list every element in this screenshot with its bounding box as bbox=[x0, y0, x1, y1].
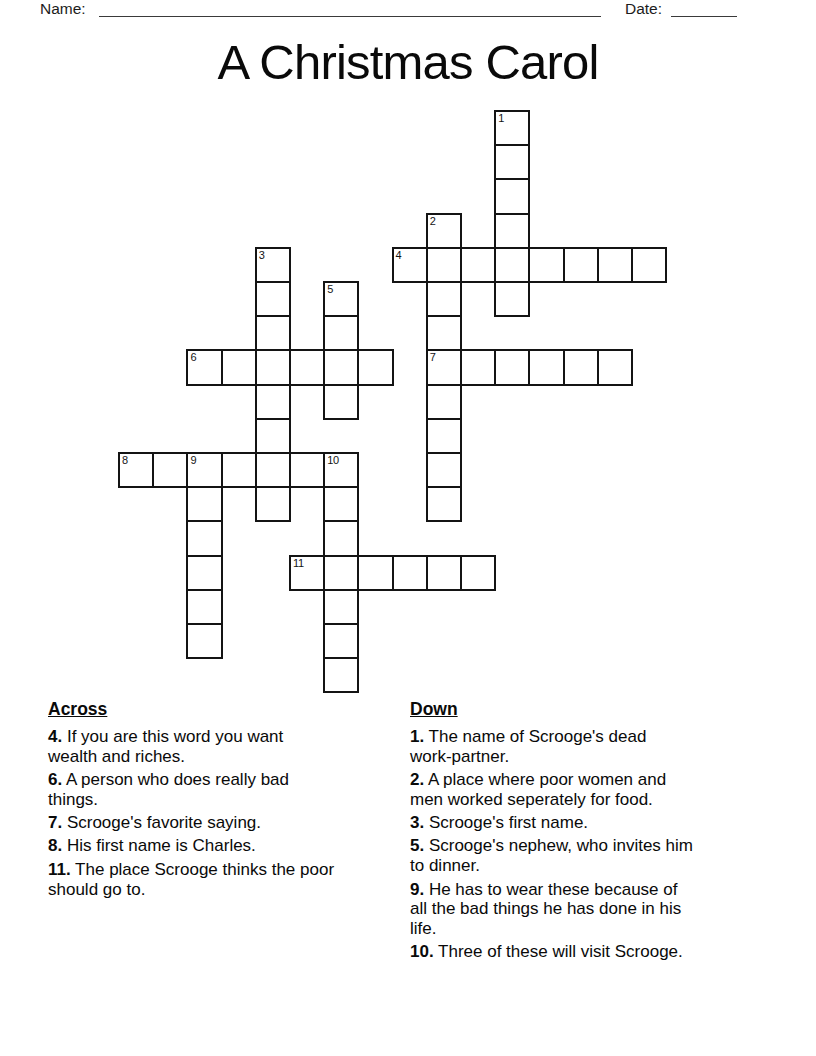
grid-cell-r2c11[interactable] bbox=[494, 178, 530, 214]
grid-cell-r10c6[interactable]: 10 bbox=[323, 452, 359, 488]
grid-cell-r1c11[interactable] bbox=[494, 144, 530, 180]
clue-across-11-number: 11. bbox=[48, 860, 71, 879]
grid-cell-r3c11[interactable] bbox=[494, 213, 530, 249]
grid-cell-r5c4[interactable] bbox=[255, 281, 291, 317]
date-input-line[interactable] bbox=[671, 1, 737, 17]
grid-cell-r15c6[interactable] bbox=[323, 623, 359, 659]
grid-cell-r14c2[interactable] bbox=[186, 589, 222, 625]
clue-across-8: 8. His first name is Charles. bbox=[48, 836, 398, 856]
name-label: Name: bbox=[40, 0, 86, 18]
grid-clue-number-10: 10 bbox=[327, 454, 339, 466]
grid-clue-number-8: 8 bbox=[122, 454, 128, 466]
grid-cell-r10c3[interactable] bbox=[221, 452, 257, 488]
grid-cell-r7c14[interactable] bbox=[597, 349, 633, 385]
grid-cell-r10c4[interactable] bbox=[255, 452, 291, 488]
clue-down-9: 9. He has to wear these because ofall th… bbox=[410, 880, 770, 939]
clue-across-6-number: 6. bbox=[48, 770, 62, 789]
grid-cell-r10c0[interactable]: 8 bbox=[118, 452, 154, 488]
clue-down-10: 10. Three of these will visit Scrooge. bbox=[410, 942, 770, 962]
grid-clue-number-5: 5 bbox=[327, 283, 333, 295]
across-clues-section: Across 4. If you are this word you wantw… bbox=[48, 699, 398, 903]
grid-cell-r8c6[interactable] bbox=[323, 384, 359, 420]
grid-cell-r7c9[interactable]: 7 bbox=[426, 349, 462, 385]
grid-cell-r16c6[interactable] bbox=[323, 657, 359, 693]
clue-across-4-number: 4. bbox=[48, 727, 62, 746]
down-clues-section: Down 1. The name of Scrooge's deadwork-p… bbox=[410, 699, 770, 966]
grid-clue-number-6: 6 bbox=[190, 351, 196, 363]
grid-cell-r7c6[interactable] bbox=[323, 349, 359, 385]
grid-cell-r13c8[interactable] bbox=[392, 555, 428, 591]
grid-cell-r12c6[interactable] bbox=[323, 520, 359, 556]
clue-across-4: 4. If you are this word you wantwealth a… bbox=[48, 727, 398, 767]
grid-cell-r4c10[interactable] bbox=[460, 247, 496, 283]
clue-down-2: 2. A place where poor women andmen worke… bbox=[410, 770, 770, 810]
clue-across-8-number: 8. bbox=[48, 836, 62, 855]
grid-cell-r4c4[interactable]: 3 bbox=[255, 247, 291, 283]
grid-cell-r13c2[interactable] bbox=[186, 555, 222, 591]
worksheet-page: Name: Date: A Christmas Carol 1234567891… bbox=[0, 0, 816, 1056]
grid-cell-r4c8[interactable]: 4 bbox=[392, 247, 428, 283]
grid-cell-r11c4[interactable] bbox=[255, 486, 291, 522]
clue-down-2-number: 2. bbox=[410, 770, 424, 789]
grid-clue-number-1: 1 bbox=[498, 112, 504, 124]
crossword-grid: 1234567891011 bbox=[118, 110, 668, 694]
clue-across-11: 11. The place Scrooge thinks the poorsho… bbox=[48, 860, 398, 900]
clue-across-6: 6. A person who does really badthings. bbox=[48, 770, 398, 810]
grid-cell-r7c12[interactable] bbox=[528, 349, 564, 385]
grid-cell-r7c3[interactable] bbox=[221, 349, 257, 385]
grid-cell-r0c11[interactable]: 1 bbox=[494, 110, 530, 146]
grid-cell-r5c6[interactable]: 5 bbox=[323, 281, 359, 317]
grid-cell-r15c2[interactable] bbox=[186, 623, 222, 659]
clue-down-5: 5. Scrooge's nephew, who invites himto d… bbox=[410, 836, 770, 876]
grid-cell-r8c9[interactable] bbox=[426, 384, 462, 420]
across-heading: Across bbox=[48, 699, 398, 720]
clue-down-5-number: 5. bbox=[410, 836, 424, 855]
clue-across-7-number: 7. bbox=[48, 813, 62, 832]
down-clue-list: 1. The name of Scrooge's deadwork-partne… bbox=[410, 727, 770, 962]
grid-cell-r10c2[interactable]: 9 bbox=[186, 452, 222, 488]
grid-cell-r7c11[interactable] bbox=[494, 349, 530, 385]
grid-cell-r14c6[interactable] bbox=[323, 589, 359, 625]
grid-cell-r6c9[interactable] bbox=[426, 315, 462, 351]
clue-down-1-number: 1. bbox=[410, 727, 424, 746]
grid-cell-r4c9[interactable] bbox=[426, 247, 462, 283]
clue-down-9-number: 9. bbox=[410, 880, 424, 899]
grid-cell-r4c11[interactable] bbox=[494, 247, 530, 283]
grid-cell-r12c2[interactable] bbox=[186, 520, 222, 556]
grid-cell-r7c4[interactable] bbox=[255, 349, 291, 385]
grid-cell-r10c9[interactable] bbox=[426, 452, 462, 488]
grid-cell-r9c9[interactable] bbox=[426, 418, 462, 454]
grid-cell-r8c4[interactable] bbox=[255, 384, 291, 420]
grid-cell-r4c12[interactable] bbox=[528, 247, 564, 283]
clue-down-3: 3. Scrooge's first name. bbox=[410, 813, 770, 833]
grid-cell-r11c2[interactable] bbox=[186, 486, 222, 522]
grid-cell-r9c4[interactable] bbox=[255, 418, 291, 454]
grid-cell-r10c5[interactable] bbox=[289, 452, 325, 488]
grid-cell-r7c7[interactable] bbox=[357, 349, 393, 385]
clue-down-1: 1. The name of Scrooge's deadwork-partne… bbox=[410, 727, 770, 767]
clue-down-3-number: 3. bbox=[410, 813, 424, 832]
grid-cell-r3c9[interactable]: 2 bbox=[426, 213, 462, 249]
grid-cell-r11c9[interactable] bbox=[426, 486, 462, 522]
grid-cell-r13c9[interactable] bbox=[426, 555, 462, 591]
grid-cell-r5c11[interactable] bbox=[494, 281, 530, 317]
grid-cell-r7c13[interactable] bbox=[563, 349, 599, 385]
clue-down-10-number: 10. bbox=[410, 942, 434, 961]
page-title: A Christmas Carol bbox=[0, 38, 816, 88]
grid-cell-r4c14[interactable] bbox=[597, 247, 633, 283]
grid-clue-number-11: 11 bbox=[293, 557, 304, 569]
grid-cell-r7c5[interactable] bbox=[289, 349, 325, 385]
grid-cell-r11c6[interactable] bbox=[323, 486, 359, 522]
grid-cell-r4c15[interactable] bbox=[631, 247, 667, 283]
down-heading: Down bbox=[410, 699, 770, 720]
name-input-line[interactable] bbox=[99, 1, 601, 17]
grid-clue-number-9: 9 bbox=[190, 454, 196, 466]
grid-clue-number-3: 3 bbox=[259, 249, 265, 261]
grid-cell-r13c6[interactable] bbox=[323, 555, 359, 591]
grid-cell-r4c13[interactable] bbox=[563, 247, 599, 283]
grid-clue-number-2: 2 bbox=[430, 215, 436, 227]
clue-across-7: 7. Scrooge's favorite saying. bbox=[48, 813, 398, 833]
grid-cell-r7c10[interactable] bbox=[460, 349, 496, 385]
grid-cell-r10c1[interactable] bbox=[152, 452, 188, 488]
grid-cell-r6c6[interactable] bbox=[323, 315, 359, 351]
grid-clue-number-7: 7 bbox=[430, 351, 436, 363]
grid-clue-number-4: 4 bbox=[396, 249, 402, 261]
across-clue-list: 4. If you are this word you wantwealth a… bbox=[48, 727, 398, 899]
grid-cell-r6c4[interactable] bbox=[255, 315, 291, 351]
date-label: Date: bbox=[625, 0, 662, 18]
grid-cell-r5c9[interactable] bbox=[426, 281, 462, 317]
grid-cell-r13c7[interactable] bbox=[357, 555, 393, 591]
grid-cell-r7c2[interactable]: 6 bbox=[186, 349, 222, 385]
grid-cell-r13c5[interactable]: 11 bbox=[289, 555, 325, 591]
grid-cell-r13c10[interactable] bbox=[460, 555, 496, 591]
